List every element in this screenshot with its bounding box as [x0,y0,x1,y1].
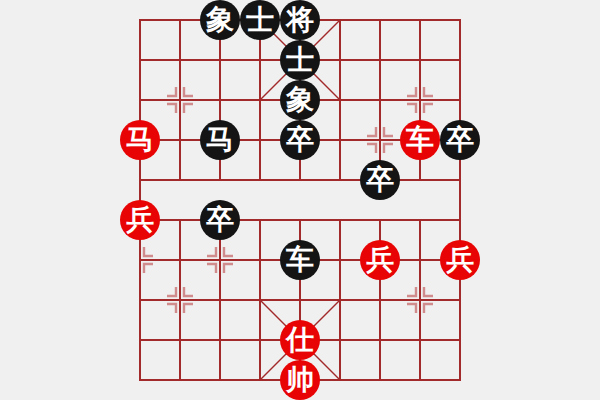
piece-red-chariot[interactable]: 车 [400,120,440,160]
piece-red-horse[interactable]: 马 [120,120,160,160]
pieces-layer: 象士将士象马马卒车卒卒兵卒车兵兵仕帅 [120,0,480,400]
xiangqi-app: 象士将士象马马卒车卒卒兵卒车兵兵仕帅 [0,0,600,400]
piece-black-general[interactable]: 将 [280,0,320,40]
piece-black-soldier[interactable]: 卒 [280,120,320,160]
piece-black-soldier[interactable]: 卒 [360,160,400,200]
piece-red-soldier[interactable]: 兵 [120,200,160,240]
piece-black-chariot[interactable]: 车 [280,240,320,280]
piece-red-general[interactable]: 帅 [280,360,320,400]
piece-black-advisor[interactable]: 士 [280,40,320,80]
piece-black-elephant[interactable]: 象 [200,0,240,40]
piece-red-advisor[interactable]: 仕 [280,320,320,360]
piece-black-soldier[interactable]: 卒 [200,200,240,240]
piece-black-advisor[interactable]: 士 [240,0,280,40]
xiangqi-board[interactable]: 象士将士象马马卒车卒卒兵卒车兵兵仕帅 [0,0,600,400]
piece-black-horse[interactable]: 马 [200,120,240,160]
piece-red-soldier[interactable]: 兵 [440,240,480,280]
piece-black-soldier[interactable]: 卒 [440,120,480,160]
piece-red-soldier[interactable]: 兵 [360,240,400,280]
piece-black-elephant[interactable]: 象 [280,80,320,120]
